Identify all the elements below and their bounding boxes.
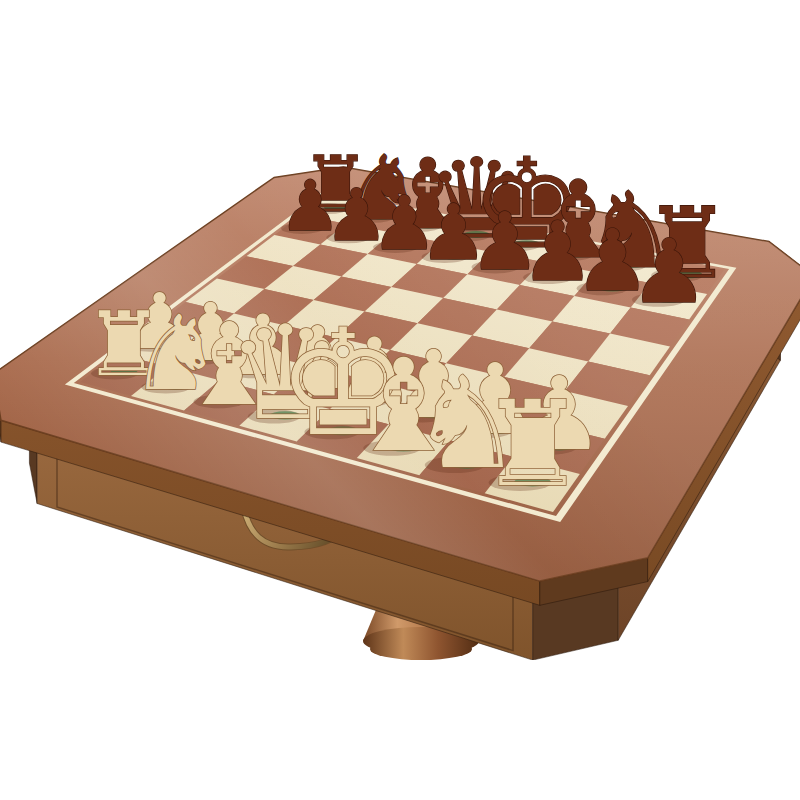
piece-white-rook-h1[interactable]: ♜ [479, 375, 585, 513]
photo-crop [0, 660, 800, 800]
scene-svg: ♜♞♝♟♛♟♚♟♝♟♞♟♜♟♟♟♟♟♟♜♟♞♟♝♟♛♟♚♟♝♞♜ [0, 0, 800, 800]
product-photo-chess-table: ♜♞♝♟♛♟♚♟♝♟♞♟♜♟♟♟♟♟♟♜♟♞♟♝♟♛♟♚♟♝♞♜ [0, 0, 800, 800]
piece-dark-pawn-h7[interactable]: ♟ [630, 220, 709, 323]
piece-group-dark-h7: ♟ [630, 220, 709, 323]
piece-group-white-h1: ♜ [479, 375, 585, 513]
pedestal-ring [370, 638, 472, 660]
